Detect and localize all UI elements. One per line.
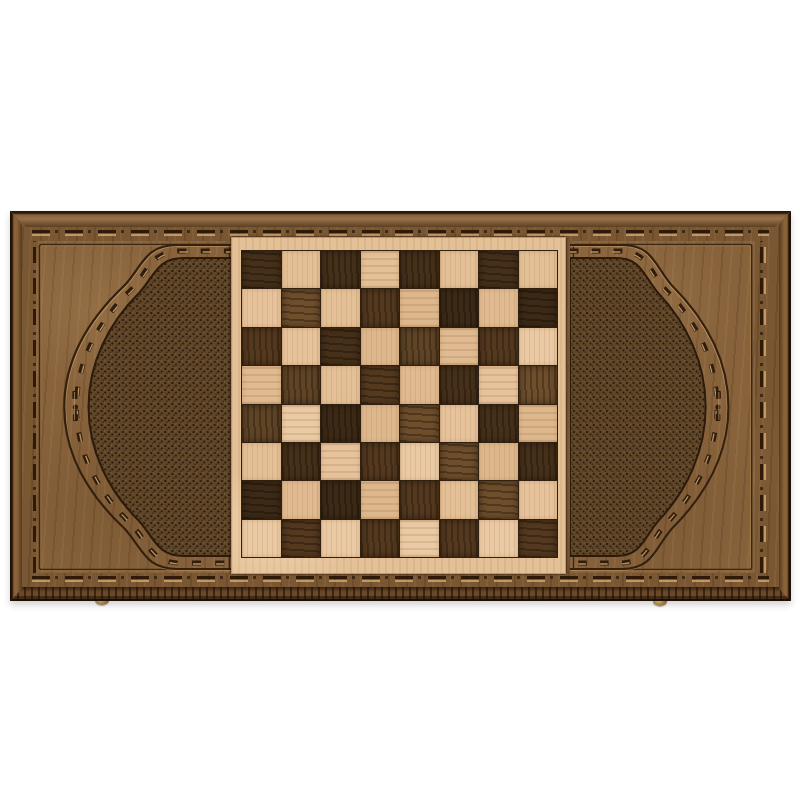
square-c4 [321,405,360,442]
square-f2 [440,481,479,518]
carved-dash-highlight [32,234,769,236]
square-h7 [519,289,558,326]
square-d6 [361,328,400,365]
square-a5 [242,366,281,403]
square-b5 [282,366,321,403]
square-e3 [400,443,439,480]
square-h6 [519,328,558,365]
square-a6 [242,328,281,365]
carved-dash-line [32,230,769,233]
carved-dash-line [32,576,769,579]
bottom-bevel-edge [10,587,791,601]
square-h1 [519,520,558,557]
square-f6 [440,328,479,365]
left-bevel-edge [10,211,22,601]
square-g8 [479,251,518,288]
square-g5 [479,366,518,403]
square-g6 [479,328,518,365]
square-d3 [361,443,400,480]
square-d5 [361,366,400,403]
square-c8 [321,251,360,288]
square-b7 [282,289,321,326]
square-a3 [242,443,281,480]
square-g4 [479,405,518,442]
square-h3 [519,443,558,480]
square-e4 [400,405,439,442]
right-bevel-edge [779,211,791,601]
square-b1 [282,520,321,557]
square-a2 [242,481,281,518]
square-f4 [440,405,479,442]
square-h2 [519,481,558,518]
square-g1 [479,520,518,557]
square-f1 [440,520,479,557]
square-c3 [321,443,360,480]
square-e5 [400,366,439,403]
square-g3 [479,443,518,480]
square-b2 [282,481,321,518]
square-f5 [440,366,479,403]
square-b3 [282,443,321,480]
chessboard-panel [231,237,566,574]
square-b4 [282,405,321,442]
square-e8 [400,251,439,288]
carved-panel-right [570,241,755,573]
backgammon-case [10,211,791,601]
square-e2 [400,481,439,518]
square-d4 [361,405,400,442]
square-f3 [440,443,479,480]
arch-carving-left [36,241,233,573]
square-h8 [519,251,558,288]
square-f7 [440,289,479,326]
square-b6 [282,328,321,365]
square-c2 [321,481,360,518]
square-g7 [479,289,518,326]
arch-carving-right [570,241,755,573]
square-e6 [400,328,439,365]
rope-border-right [760,241,768,573]
square-a4 [242,405,281,442]
square-f8 [440,251,479,288]
square-a1 [242,520,281,557]
band-motif [72,391,78,421]
chessboard-grid [241,250,558,558]
square-d8 [361,251,400,288]
square-g2 [479,481,518,518]
carved-panel-left [36,241,233,573]
square-c5 [321,366,360,403]
rope-border-bottom [32,576,769,584]
square-h5 [519,366,558,403]
square-a8 [242,251,281,288]
square-d1 [361,520,400,557]
square-d7 [361,289,400,326]
carved-dash-line [760,241,763,573]
square-c6 [321,328,360,365]
square-e1 [400,520,439,557]
square-b8 [282,251,321,288]
top-bevel-edge [10,211,791,227]
square-c7 [321,289,360,326]
carved-dash-highlight [764,241,766,573]
square-c1 [321,520,360,557]
square-e7 [400,289,439,326]
square-h4 [519,405,558,442]
carved-dash-highlight [32,580,769,582]
product-photo-canvas: { "scene": { "type": "overhead product p… [0,0,800,800]
square-d2 [361,481,400,518]
lid-face [22,227,779,587]
square-a7 [242,289,281,326]
